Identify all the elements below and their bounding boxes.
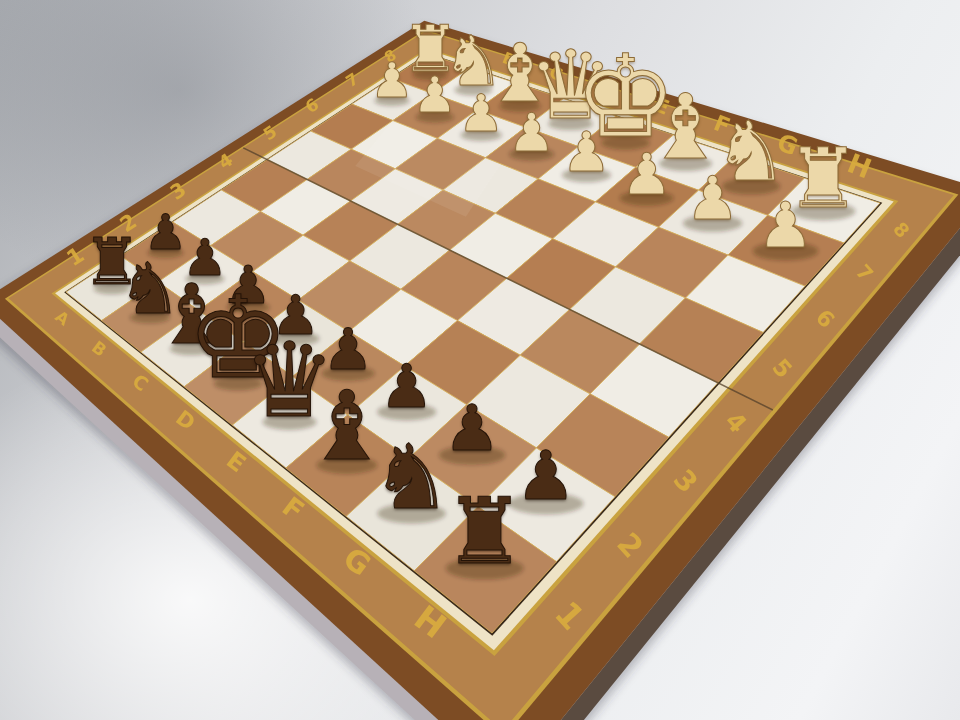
piece-light-pawn-f7[interactable]: ♟ (612, 146, 681, 203)
piece-dark-rook-h1[interactable]: ♜ (430, 486, 540, 578)
piece-light-pawn-g7[interactable]: ♟ (677, 169, 749, 229)
piece-light-pawn-e7[interactable]: ♟ (554, 125, 620, 180)
piece-light-pawn-h7[interactable]: ♟ (748, 194, 824, 257)
chess-photo-scene: chess AABBCCDDEEFFGGHH1122334455667788 ♜… (0, 0, 960, 720)
